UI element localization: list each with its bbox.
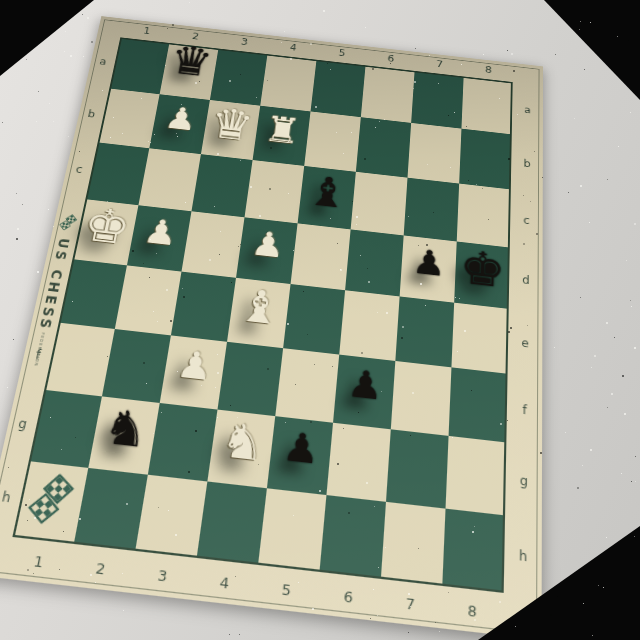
label-right-file-c: c bbox=[510, 189, 543, 251]
square-g8[interactable] bbox=[446, 436, 507, 516]
black-pawn-d7[interactable]: ♟ bbox=[400, 229, 457, 296]
label-right-file-b: b bbox=[511, 134, 543, 193]
label-bottom-rank-3: 3 bbox=[128, 551, 196, 600]
label-bottom-rank-8: 8 bbox=[441, 586, 504, 635]
label-right-file-g: g bbox=[505, 442, 542, 519]
square-h7[interactable] bbox=[381, 502, 446, 586]
square-d7[interactable]: ♟ bbox=[400, 235, 457, 302]
label-bottom-rank-6: 6 bbox=[316, 572, 381, 621]
vinyl-mat: US CHESS FEDERATION 1122334455667788aabb… bbox=[0, 16, 543, 640]
label-bottom-rank-7: 7 bbox=[378, 579, 442, 628]
square-h3[interactable] bbox=[135, 475, 207, 558]
label-right-file-d: d bbox=[509, 248, 543, 313]
square-d2[interactable]: ♟ bbox=[127, 205, 192, 271]
black-queen-a2[interactable]: ♛ bbox=[162, 33, 220, 89]
square-e5[interactable] bbox=[283, 284, 345, 355]
white-bishop-e4[interactable]: ♝ bbox=[228, 272, 291, 342]
black-knight-g2[interactable]: ♞ bbox=[90, 389, 161, 467]
square-c6[interactable] bbox=[351, 172, 408, 236]
white-knight-g4[interactable]: ♞ bbox=[208, 403, 276, 481]
black-king-d8[interactable]: ♚ bbox=[454, 235, 509, 302]
square-a8[interactable] bbox=[461, 76, 512, 134]
square-e7[interactable] bbox=[395, 296, 454, 367]
square-c5[interactable]: ♝ bbox=[298, 166, 356, 229]
square-h4[interactable] bbox=[197, 481, 267, 564]
square-h6[interactable] bbox=[319, 495, 386, 579]
white-pawn-d4[interactable]: ♟ bbox=[237, 211, 298, 277]
square-b2[interactable]: ♟ bbox=[149, 94, 210, 154]
white-pawn-d2[interactable]: ♟ bbox=[128, 199, 192, 265]
square-f8[interactable] bbox=[449, 367, 508, 442]
label-bottom-rank-4: 4 bbox=[191, 558, 258, 607]
chess-board: US CHESS FEDERATION 1122334455667788aabb… bbox=[0, 16, 543, 640]
square-g4[interactable]: ♞ bbox=[207, 410, 275, 489]
square-g7[interactable] bbox=[386, 429, 449, 508]
black-bishop-c5[interactable]: ♝ bbox=[298, 160, 356, 223]
square-b7[interactable] bbox=[408, 123, 462, 184]
square-c3[interactable] bbox=[191, 154, 252, 217]
square-g5[interactable]: ♟ bbox=[267, 416, 333, 495]
square-e4[interactable]: ♝ bbox=[227, 278, 291, 348]
white-rook-b4[interactable]: ♜ bbox=[253, 100, 311, 160]
black-pawn-f6[interactable]: ♟ bbox=[334, 348, 396, 422]
square-f6[interactable]: ♟ bbox=[333, 355, 395, 430]
black-pawn-g5[interactable]: ♟ bbox=[268, 409, 334, 487]
square-g2[interactable]: ♞ bbox=[88, 396, 159, 474]
square-g3[interactable] bbox=[148, 403, 218, 482]
square-a7[interactable] bbox=[411, 71, 463, 129]
square-e8[interactable] bbox=[451, 303, 508, 374]
white-pawn-b2[interactable]: ♟ bbox=[150, 89, 210, 149]
square-f7[interactable] bbox=[391, 361, 452, 436]
square-g6[interactable] bbox=[326, 423, 390, 502]
square-d8[interactable]: ♚ bbox=[454, 241, 510, 308]
label-bottom-rank-2: 2 bbox=[66, 544, 135, 593]
square-a6[interactable] bbox=[361, 65, 415, 123]
white-pawn-f3[interactable]: ♟ bbox=[161, 329, 228, 403]
label-right-file-a: a bbox=[512, 82, 543, 138]
white-queen-b3[interactable]: ♛ bbox=[202, 95, 261, 155]
square-a5[interactable] bbox=[311, 60, 366, 117]
label-right-file-h: h bbox=[504, 515, 542, 597]
square-h5[interactable] bbox=[258, 488, 326, 572]
label-bottom-rank-5: 5 bbox=[253, 565, 319, 614]
square-d5[interactable] bbox=[291, 223, 351, 290]
label-bottom-rank-1: 1 bbox=[3, 537, 73, 586]
square-e2[interactable] bbox=[115, 265, 182, 335]
square-b6[interactable] bbox=[356, 117, 411, 178]
us-chess-logo-watermark bbox=[24, 473, 77, 531]
square-b3[interactable]: ♛ bbox=[201, 100, 260, 160]
photo-scene: US CHESS FEDERATION 1122334455667788aabb… bbox=[0, 0, 640, 640]
square-d3[interactable] bbox=[181, 211, 244, 278]
square-b8[interactable] bbox=[459, 129, 512, 190]
label-right-file-e: e bbox=[508, 309, 543, 378]
square-f3[interactable]: ♟ bbox=[160, 335, 227, 409]
square-d6[interactable] bbox=[345, 229, 404, 296]
square-h8[interactable] bbox=[442, 509, 505, 593]
label-right-file-f: f bbox=[506, 374, 542, 447]
square-b4[interactable]: ♜ bbox=[253, 106, 311, 166]
